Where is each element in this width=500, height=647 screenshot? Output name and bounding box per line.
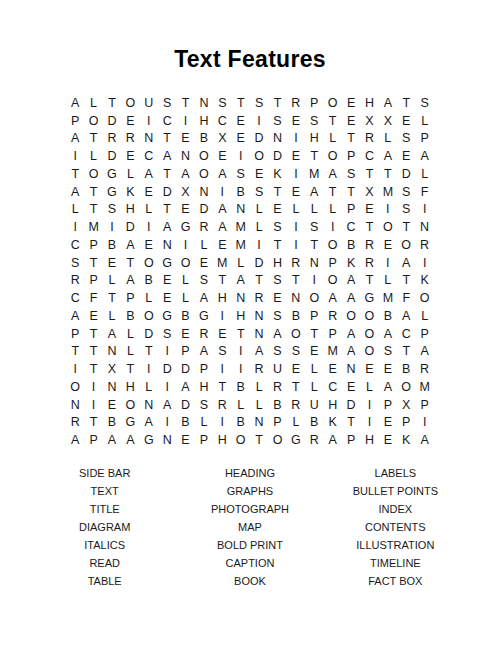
grid-cell-r17c15: C [323,378,341,396]
grid-cell-r4c1: I [66,147,84,165]
grid-cell-r13c17: O [360,307,378,325]
grid-cell-r7c19: S [397,201,415,219]
grid-cell-r10c5: O [140,254,158,272]
grid-cell-r6c14: A [305,183,323,201]
grid-cell-r4c16: P [342,147,360,165]
grid-cell-r4c4: E [121,147,139,165]
word-item: BULLET POINTS [323,482,468,500]
grid-cell-r10c4: T [121,254,139,272]
grid-cell-r16c19: B [397,360,415,378]
grid-cell-r12c12: E [268,289,286,307]
grid-cell-r3c15: L [323,130,341,148]
grid-cell-r18c18: P [379,396,397,414]
grid-cell-r8c15: I [323,218,341,236]
grid-cell-r17c19: O [397,378,415,396]
grid-cell-r13c20: L [415,307,433,325]
grid-cell-r5c1: T [66,165,84,183]
grid-cell-r10c12: H [268,254,286,272]
grid-cell-r10c16: K [342,254,360,272]
grid-cell-r13c5: O [140,307,158,325]
grid-cell-r13c19: A [397,307,415,325]
grid-cell-r12c18: M [379,289,397,307]
grid-cell-r19c2: T [84,414,102,432]
grid-cell-r13c13: B [287,307,305,325]
grid-cell-r8c16: C [342,218,360,236]
grid-cell-r10c3: E [103,254,121,272]
grid-cell-r15c16: A [342,343,360,361]
grid-cell-r16c18: E [379,360,397,378]
word-item: BOLD PRINT [177,536,322,554]
grid-cell-r8c6: A [158,218,176,236]
grid-cell-r13c10: H [232,307,250,325]
grid-cell-r14c9: E [213,325,231,343]
grid-cell-r6c1: A [66,183,84,201]
grid-cell-r6c7: X [176,183,194,201]
grid-cell-r7c16: P [342,201,360,219]
grid-cell-r16c20: R [415,360,433,378]
grid-cell-r10c6: G [158,254,176,272]
grid-cell-r13c4: B [121,307,139,325]
grid-cell-r16c6: D [158,360,176,378]
grid-cell-r15c15: M [323,343,341,361]
grid-cell-r10c20: I [415,254,433,272]
grid-cell-r1c1: A [66,94,84,112]
grid-cell-r11c9: T [213,272,231,290]
grid-cell-r9c9: E [213,236,231,254]
grid-cell-r8c11: L [250,218,268,236]
grid-cell-r12c3: T [103,289,121,307]
word-list-column-2: HEADINGGRAPHSPHOTOGRAPHMAPBOLD PRINTCAPT… [177,464,322,590]
grid-cell-r1c7: T [176,94,194,112]
grid-cell-r10c18: I [379,254,397,272]
grid-cell-r2c10: E [232,112,250,130]
grid-cell-r6c6: D [158,183,176,201]
grid-cell-r17c17: L [360,378,378,396]
grid-cell-r9c12: T [268,236,286,254]
grid-cell-r16c11: R [250,360,268,378]
grid-cell-r6c13: E [287,183,305,201]
grid-cell-r10c1: S [66,254,84,272]
grid-cell-r1c16: E [342,94,360,112]
grid-cell-r15c17: O [360,343,378,361]
grid-cell-r10c8: E [195,254,213,272]
grid-cell-r20c6: N [158,431,176,449]
grid-cell-r19c18: E [379,414,397,432]
grid-cell-r9c5: E [140,236,158,254]
grid-cell-r18c8: S [195,396,213,414]
grid-cell-r6c20: F [415,183,433,201]
word-item: LABELS [323,464,468,482]
grid-cell-r7c13: L [287,201,305,219]
grid-cell-r17c2: I [84,378,102,396]
grid-cell-r14c8: R [195,325,213,343]
grid-cell-r13c8: G [195,307,213,325]
grid-cell-r16c4: T [121,360,139,378]
grid-cell-r6c19: S [397,183,415,201]
word-search-grid: ALTOUSTNSTSTRPOEHATSPODEICIHCEISESTEXXEL… [66,94,434,449]
grid-cell-r9c15: O [323,236,341,254]
grid-cell-r17c12: R [268,378,286,396]
grid-cell-r11c17: T [360,272,378,290]
grid-cell-r16c16: N [342,360,360,378]
word-item: BOOK [177,572,322,590]
grid-cell-r2c4: E [121,112,139,130]
word-item: ITALICS [32,536,177,554]
grid-cell-r16c17: E [360,360,378,378]
grid-cell-r4c2: L [84,147,102,165]
grid-cell-r13c3: L [103,307,121,325]
grid-cell-r17c6: I [158,378,176,396]
grid-cell-r12c9: H [213,289,231,307]
grid-cell-r1c13: R [287,94,305,112]
grid-cell-r3c19: S [397,130,415,148]
grid-cell-r2c17: X [360,112,378,130]
grid-cell-r4c9: E [213,147,231,165]
grid-cell-r15c18: S [379,343,397,361]
grid-cell-r7c12: E [268,201,286,219]
grid-cell-r4c3: D [103,147,121,165]
grid-cell-r5c17: T [360,165,378,183]
grid-cell-r11c12: S [268,272,286,290]
grid-cell-r10c13: R [287,254,305,272]
grid-cell-r4c10: I [232,147,250,165]
grid-cell-r10c17: R [360,254,378,272]
grid-cell-r12c4: P [121,289,139,307]
word-item: TABLE [32,572,177,590]
word-item: MAP [177,518,322,536]
grid-cell-r12c2: F [84,289,102,307]
grid-cell-r16c9: I [213,360,231,378]
grid-cell-r1c11: S [250,94,268,112]
word-item: TEXT [32,482,177,500]
grid-cell-r16c13: E [287,360,305,378]
grid-cell-r19c8: L [195,414,213,432]
grid-cell-r7c1: L [66,201,84,219]
grid-cell-r2c15: T [323,112,341,130]
grid-cell-r5c11: E [250,165,268,183]
grid-cell-r19c9: I [213,414,231,432]
grid-cell-r14c20: P [415,325,433,343]
grid-cell-r2c13: E [287,112,305,130]
grid-cell-r3c17: R [360,130,378,148]
grid-cell-r20c3: A [103,431,121,449]
grid-cell-r8c20: N [415,218,433,236]
grid-cell-r5c7: A [176,165,194,183]
grid-cell-r4c8: O [195,147,213,165]
grid-cell-r20c20: A [415,431,433,449]
grid-cell-r2c16: E [342,112,360,130]
grid-cell-r8c8: R [195,218,213,236]
grid-cell-r16c12: U [268,360,286,378]
grid-cell-r15c14: E [305,343,323,361]
grid-cell-r12c20: O [415,289,433,307]
grid-cell-r20c4: A [121,431,139,449]
grid-cell-r17c14: L [305,378,323,396]
grid-cell-r18c7: D [176,396,194,414]
grid-cell-r9c11: I [250,236,268,254]
grid-cell-r5c3: G [103,165,121,183]
grid-cell-r9c3: B [103,236,121,254]
grid-cell-r13c15: R [323,307,341,325]
word-list-column-1: SIDE BARTEXTTITLEDIAGRAMITALICSREADTABLE [32,464,177,590]
grid-cell-r18c1: N [66,396,84,414]
grid-cell-r14c18: A [379,325,397,343]
grid-cell-r14c13: O [287,325,305,343]
grid-cell-r4c6: A [158,147,176,165]
grid-cell-r16c10: I [232,360,250,378]
grid-cell-r12c7: L [176,289,194,307]
grid-cell-r15c11: A [250,343,268,361]
grid-cell-r9c19: O [397,236,415,254]
grid-cell-r19c6: I [158,414,176,432]
grid-cell-r8c9: A [213,218,231,236]
grid-cell-r11c1: R [66,272,84,290]
grid-cell-r7c4: H [121,201,139,219]
grid-cell-r17c8: H [195,378,213,396]
grid-cell-r3c1: A [66,130,84,148]
grid-cell-r20c7: E [176,431,194,449]
grid-cell-r14c16: A [342,325,360,343]
grid-cell-r15c4: L [121,343,139,361]
grid-cell-r11c19: T [397,272,415,290]
grid-cell-r8c18: O [379,218,397,236]
grid-cell-r5c19: D [397,165,415,183]
word-item: READ [32,554,177,572]
grid-cell-r7c3: S [103,201,121,219]
grid-cell-r9c6: N [158,236,176,254]
grid-cell-r2c7: I [176,112,194,130]
grid-cell-r4c7: N [176,147,194,165]
grid-cell-r11c2: P [84,272,102,290]
grid-cell-r12c8: A [195,289,213,307]
grid-cell-r4c5: C [140,147,158,165]
grid-cell-r20c12: O [268,431,286,449]
word-item: DIAGRAM [32,518,177,536]
grid-cell-r2c2: O [84,112,102,130]
grid-cell-r1c17: H [360,94,378,112]
grid-cell-r3c20: P [415,130,433,148]
grid-cell-r11c10: A [232,272,250,290]
grid-cell-r3c14: H [305,130,323,148]
grid-cell-r20c9: H [213,431,231,449]
word-item: CAPTION [177,554,322,572]
grid-cell-r3c7: E [176,130,194,148]
grid-cell-r18c20: P [415,396,433,414]
grid-cell-r7c14: L [305,201,323,219]
grid-cell-r19c1: R [66,414,84,432]
grid-cell-r15c7: P [176,343,194,361]
grid-cell-r15c1: T [66,343,84,361]
grid-cell-r9c13: I [287,236,305,254]
grid-cell-r8c7: G [176,218,194,236]
grid-cell-r5c12: K [268,165,286,183]
grid-cell-r2c1: P [66,112,84,130]
grid-cell-r12c11: R [250,289,268,307]
word-item: TITLE [32,500,177,518]
grid-cell-r13c11: N [250,307,268,325]
grid-cell-r4c18: A [379,147,397,165]
grid-cell-r20c19: K [397,431,415,449]
grid-cell-r13c14: P [305,307,323,325]
grid-cell-r15c5: T [140,343,158,361]
grid-cell-r3c5: N [140,130,158,148]
grid-cell-r8c17: T [360,218,378,236]
grid-cell-r17c10: B [232,378,250,396]
grid-cell-r19c11: N [250,414,268,432]
grid-cell-r13c6: G [158,307,176,325]
grid-cell-r2c9: C [213,112,231,130]
grid-cell-r6c8: N [195,183,213,201]
grid-cell-r7c10: N [232,201,250,219]
grid-cell-r1c10: T [232,94,250,112]
grid-cell-r3c2: T [84,130,102,148]
grid-cell-r19c5: A [140,414,158,432]
grid-cell-r3c12: N [268,130,286,148]
word-search-page: Text Features ALTOUSTNSTSTRPOEHATSPODEIC… [0,0,500,647]
word-item: ILLUSTRATION [323,536,468,554]
grid-cell-r15c3: N [103,343,121,361]
grid-cell-r1c6: S [158,94,176,112]
grid-cell-r2c18: X [379,112,397,130]
grid-cell-r5c20: L [415,165,433,183]
grid-cell-r17c4: H [121,378,139,396]
grid-cell-r12c14: O [305,289,323,307]
grid-cell-r16c14: L [305,360,323,378]
word-list: SIDE BARTEXTTITLEDIAGRAMITALICSREADTABLE… [32,464,468,590]
grid-cell-r2c20: L [415,112,433,130]
grid-cell-r9c18: E [379,236,397,254]
grid-cell-r15c20: A [415,343,433,361]
grid-cell-r18c13: R [287,396,305,414]
grid-cell-r11c4: A [121,272,139,290]
grid-cell-r13c9: I [213,307,231,325]
grid-cell-r11c5: B [140,272,158,290]
grid-cell-r4c17: C [360,147,378,165]
grid-cell-r9c10: M [232,236,250,254]
grid-cell-r7c15: L [323,201,341,219]
grid-cell-r10c7: O [176,254,194,272]
grid-cell-r17c7: A [176,378,194,396]
grid-cell-r7c11: L [250,201,268,219]
grid-cell-r18c3: E [103,396,121,414]
grid-cell-r2c14: S [305,112,323,130]
grid-cell-r20c1: A [66,431,84,449]
grid-cell-r5c2: O [84,165,102,183]
grid-cell-r15c12: S [268,343,286,361]
grid-cell-r5c18: T [379,165,397,183]
grid-cell-r19c15: K [323,414,341,432]
grid-cell-r2c12: S [268,112,286,130]
grid-cell-r8c5: I [140,218,158,236]
grid-cell-r18c15: H [323,396,341,414]
grid-cell-r3c16: T [342,130,360,148]
grid-cell-r11c7: L [176,272,194,290]
grid-cell-r7c7: E [176,201,194,219]
grid-cell-r20c13: G [287,431,305,449]
grid-cell-r6c3: G [103,183,121,201]
grid-cell-r2c19: E [397,112,415,130]
grid-cell-r11c16: A [342,272,360,290]
grid-cell-r20c10: O [232,431,250,449]
grid-cell-r11c14: I [305,272,323,290]
grid-cell-r15c19: T [397,343,415,361]
grid-cell-r9c20: R [415,236,433,254]
grid-cell-r14c3: A [103,325,121,343]
grid-cell-r1c12: T [268,94,286,112]
grid-cell-r8c10: M [232,218,250,236]
word-item: GRAPHS [177,482,322,500]
grid-cell-r3c9: X [213,130,231,148]
word-item: HEADING [177,464,322,482]
grid-cell-r16c2: T [84,360,102,378]
grid-cell-r3c10: E [232,130,250,148]
grid-cell-r1c2: L [84,94,102,112]
grid-cell-r13c7: B [176,307,194,325]
grid-cell-r6c16: T [342,183,360,201]
grid-cell-r16c1: I [66,360,84,378]
grid-cell-r11c13: T [287,272,305,290]
grid-cell-r10c14: N [305,254,323,272]
grid-cell-r14c10: T [232,325,250,343]
grid-cell-r18c2: I [84,396,102,414]
grid-cell-r18c19: X [397,396,415,414]
grid-cell-r11c18: L [379,272,397,290]
grid-cell-r2c3: D [103,112,121,130]
grid-cell-r15c2: T [84,343,102,361]
grid-cell-r14c17: O [360,325,378,343]
grid-cell-r1c20: S [415,94,433,112]
grid-cell-r5c15: A [323,165,341,183]
grid-cell-r12c17: G [360,289,378,307]
grid-cell-r10c2: T [84,254,102,272]
grid-cell-r5c10: S [232,165,250,183]
grid-cell-r20c11: T [250,431,268,449]
grid-cell-r20c8: P [195,431,213,449]
grid-cell-r10c11: D [250,254,268,272]
grid-cell-r14c14: T [305,325,323,343]
grid-cell-r11c8: S [195,272,213,290]
grid-cell-r19c3: B [103,414,121,432]
grid-cell-r13c18: B [379,307,397,325]
grid-cell-r16c8: P [195,360,213,378]
grid-cell-r19c4: G [121,414,139,432]
grid-cell-r6c17: X [360,183,378,201]
grid-cell-r13c16: O [342,307,360,325]
grid-cell-r17c5: L [140,378,158,396]
grid-cell-r16c5: I [140,360,158,378]
word-list-column-3: LABELSBULLET POINTSINDEXCONTENTSILLUSTRA… [323,464,468,590]
grid-cell-r17c11: L [250,378,268,396]
grid-cell-r19c14: B [305,414,323,432]
grid-cell-r19c12: P [268,414,286,432]
grid-cell-r1c15: O [323,94,341,112]
grid-cell-r17c3: N [103,378,121,396]
grid-cell-r8c14: S [305,218,323,236]
grid-cell-r11c20: K [415,272,433,290]
grid-cell-r19c16: T [342,414,360,432]
grid-cell-r7c20: I [415,201,433,219]
grid-cell-r19c13: L [287,414,305,432]
grid-cell-r1c19: T [397,94,415,112]
grid-cell-r18c9: R [213,396,231,414]
grid-cell-r10c15: P [323,254,341,272]
grid-cell-r6c4: K [121,183,139,201]
grid-cell-r18c6: A [158,396,176,414]
word-item: INDEX [323,500,468,518]
grid-cell-r15c9: S [213,343,231,361]
grid-cell-r7c6: T [158,201,176,219]
grid-cell-r8c4: D [121,218,139,236]
